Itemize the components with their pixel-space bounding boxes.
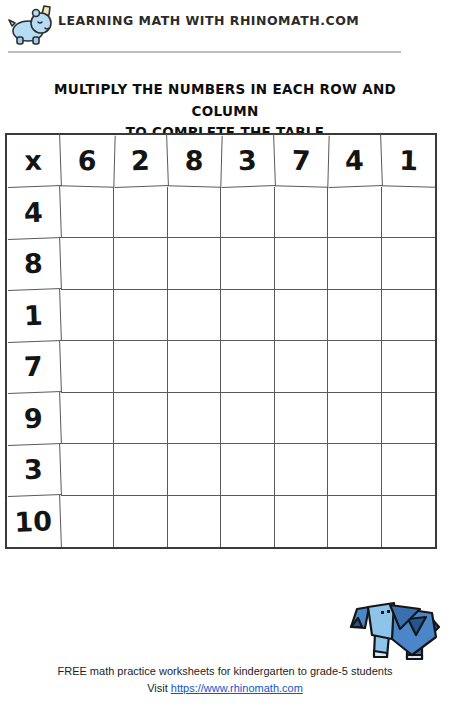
operator-cell: x [6,134,61,187]
answer-cell[interactable] [114,496,168,548]
answer-cell[interactable] [221,496,275,548]
answer-cell[interactable] [275,341,329,393]
answer-cell[interactable] [275,393,329,445]
factor-cell: 8 [6,237,61,290]
factor-cell: 10 [6,495,61,548]
answer-cell[interactable] [221,187,275,239]
answer-cell[interactable] [114,187,168,239]
answer-cell[interactable] [382,444,436,496]
answer-cell[interactable] [275,496,329,548]
factor-cell: 2 [113,134,168,187]
answer-cell[interactable] [382,290,436,342]
brand-text: LEARNING MATH WITH RHINOMATH.COM [58,13,359,28]
footer-text: FREE math practice worksheets for kinder… [0,663,450,696]
factor-cell: 9 [6,392,61,445]
answer-cell[interactable] [61,238,115,290]
factor-cell: 7 [274,134,329,187]
multiplication-grid: x628374148179310 [5,133,437,549]
answer-cell[interactable] [328,393,382,445]
answer-cell[interactable] [168,444,222,496]
origami-elephant-icon [346,597,440,663]
answer-cell[interactable] [168,341,222,393]
answer-cell[interactable] [168,290,222,342]
answer-cell[interactable] [61,444,115,496]
answer-cell[interactable] [168,238,222,290]
answer-cell[interactable] [382,238,436,290]
answer-cell[interactable] [61,496,115,548]
answer-cell[interactable] [328,187,382,239]
answer-cell[interactable] [61,341,115,393]
answer-cell[interactable] [328,496,382,548]
answer-cell[interactable] [221,238,275,290]
answer-cell[interactable] [168,187,222,239]
answer-cell[interactable] [275,290,329,342]
answer-cell[interactable] [328,238,382,290]
answer-cell[interactable] [61,290,115,342]
factor-cell: 4 [327,134,382,187]
answer-cell[interactable] [61,187,115,239]
worksheet-page: LEARNING MATH WITH RHINOMATH.COM Multipl… [0,0,450,712]
factor-cell: 1 [6,289,61,342]
answer-cell[interactable] [114,238,168,290]
factor-cell: 4 [6,186,61,239]
answer-cell[interactable] [114,341,168,393]
answer-cell[interactable] [221,341,275,393]
answer-cell[interactable] [382,341,436,393]
factor-cell: 3 [220,134,275,187]
answer-cell[interactable] [114,393,168,445]
answer-cell[interactable] [328,444,382,496]
answer-cell[interactable] [61,393,115,445]
answer-cell[interactable] [328,290,382,342]
answer-cell[interactable] [221,444,275,496]
answer-cell[interactable] [328,341,382,393]
answer-cell[interactable] [168,496,222,548]
answer-cell[interactable] [275,187,329,239]
rhino-logo-icon [8,4,56,46]
answer-cell[interactable] [275,444,329,496]
answer-cell[interactable] [382,393,436,445]
answer-cell[interactable] [382,496,436,548]
footer-visit-line: Visit https://www.rhinomath.com [0,680,450,697]
header-divider [8,51,401,53]
page-title-line1: Multiply the numbers in each row and col… [20,79,430,122]
answer-cell[interactable] [168,393,222,445]
factor-cell: 7 [6,340,61,393]
answer-cell[interactable] [275,238,329,290]
answer-cell[interactable] [114,290,168,342]
answer-cell[interactable] [221,290,275,342]
answer-cell[interactable] [114,444,168,496]
factor-cell: 3 [6,443,61,496]
factor-cell: 6 [60,134,115,187]
rhinomath-link[interactable]: https://www.rhinomath.com [171,682,303,694]
factor-cell: 1 [381,134,436,187]
visit-label: Visit [147,682,171,694]
answer-cell[interactable] [382,187,436,239]
answer-cell[interactable] [221,393,275,445]
footer-tagline: FREE math practice worksheets for kinder… [0,663,450,680]
factor-cell: 8 [167,134,222,187]
